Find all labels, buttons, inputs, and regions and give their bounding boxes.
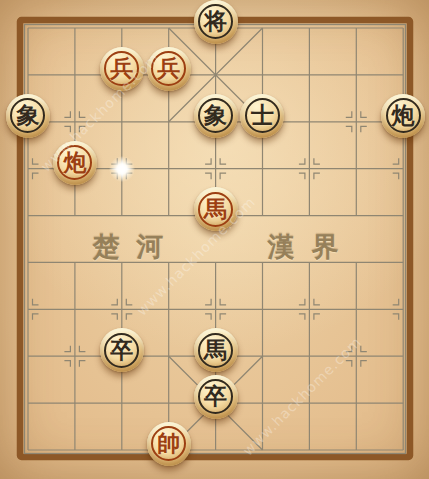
piece-character: 炮	[63, 150, 86, 173]
piece-character: 士	[251, 103, 274, 126]
piece-ring: 象	[198, 98, 233, 133]
piece-ring: 兵	[104, 51, 139, 86]
piece-character: 兵	[157, 56, 180, 79]
piece-character: 帥	[157, 431, 180, 454]
piece-character: 将	[204, 9, 227, 32]
piece-red-horse[interactable]: 馬	[194, 187, 238, 231]
piece-character: 兵	[110, 56, 133, 79]
piece-ring: 炮	[386, 98, 421, 133]
piece-ring: 馬	[198, 333, 233, 368]
piece-black-soldier-2[interactable]: 卒	[194, 375, 238, 419]
piece-character: 卒	[110, 338, 133, 361]
piece-character: 馬	[204, 197, 227, 220]
piece-black-general[interactable]: 将	[194, 0, 238, 44]
piece-ring: 炮	[57, 145, 92, 180]
move-highlight-sparkle	[109, 156, 135, 182]
piece-ring: 将	[198, 4, 233, 39]
piece-red-general[interactable]: 帥	[147, 422, 191, 466]
piece-ring: 兵	[151, 51, 186, 86]
piece-ring: 卒	[198, 379, 233, 414]
piece-ring: 士	[245, 98, 280, 133]
piece-character: 炮	[392, 103, 415, 126]
piece-red-cannon[interactable]: 炮	[53, 141, 97, 185]
piece-character: 象	[16, 103, 39, 126]
piece-black-cannon[interactable]: 炮	[381, 94, 425, 138]
xiangqi-board[interactable]: 将兵兵象象士炮炮馬卒馬卒帥	[5, 5, 427, 474]
piece-black-elephant-1[interactable]: 象	[6, 94, 50, 138]
piece-ring: 帥	[151, 426, 186, 461]
piece-black-horse[interactable]: 馬	[194, 328, 238, 372]
piece-character: 象	[204, 103, 227, 126]
piece-red-soldier-2[interactable]: 兵	[147, 47, 191, 91]
piece-black-advisor[interactable]: 士	[240, 94, 284, 138]
piece-black-soldier-1[interactable]: 卒	[100, 328, 144, 372]
piece-character: 卒	[204, 384, 227, 407]
piece-ring: 馬	[198, 192, 233, 227]
xiangqi-app: 楚河 漢界 将兵兵象象士炮炮馬卒馬卒帥 www.hackhome.com www…	[0, 0, 429, 479]
piece-red-soldier-1[interactable]: 兵	[100, 47, 144, 91]
piece-character: 馬	[204, 338, 227, 361]
piece-black-elephant-2[interactable]: 象	[194, 94, 238, 138]
piece-ring: 卒	[104, 333, 139, 368]
piece-ring: 象	[10, 98, 45, 133]
